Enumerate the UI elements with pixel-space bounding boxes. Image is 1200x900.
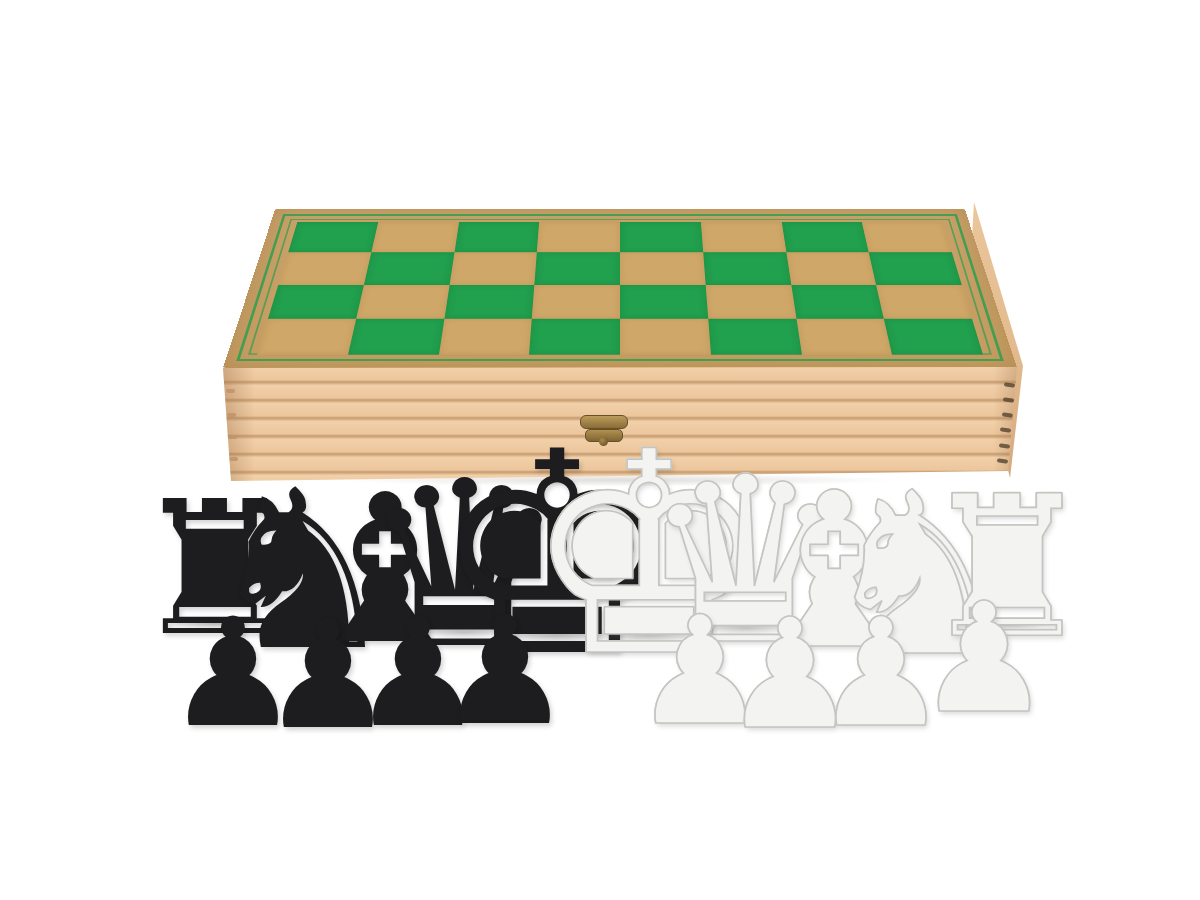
board-square bbox=[869, 252, 962, 284]
board-square bbox=[268, 285, 364, 319]
board-square bbox=[876, 285, 972, 319]
board-square bbox=[701, 222, 786, 252]
board-square bbox=[862, 222, 952, 252]
finger-joint-mark bbox=[227, 413, 236, 417]
board-square bbox=[449, 252, 537, 284]
finger-joint-mark bbox=[1004, 382, 1015, 387]
product-photo-scene: ♜ ♞ ♝ ♛ ♚ ♟ ♟ ♟ ♟ ♚ ♛ ♝ ♞ ♜ ♟ ♟ ♟ ♟ bbox=[0, 0, 1200, 900]
board-square bbox=[356, 285, 449, 319]
board-square bbox=[884, 319, 983, 355]
board-square bbox=[781, 222, 869, 252]
black-pawn[interactable]: ♟ bbox=[438, 596, 572, 746]
finger-joint-mark bbox=[228, 435, 237, 439]
box-lid-top bbox=[223, 209, 1017, 368]
board-square bbox=[439, 319, 532, 355]
board-square bbox=[705, 285, 796, 319]
board-square bbox=[703, 252, 791, 284]
finger-joint-mark bbox=[1002, 412, 1013, 417]
board-square bbox=[786, 252, 876, 284]
board-square bbox=[348, 319, 444, 355]
board-square bbox=[529, 319, 620, 355]
board-square bbox=[532, 285, 620, 319]
board-square bbox=[620, 285, 708, 319]
finger-joint-mark bbox=[1003, 397, 1014, 402]
finger-joint-mark bbox=[226, 389, 235, 393]
finger-joint-mark bbox=[1000, 427, 1011, 432]
board-square bbox=[620, 222, 703, 252]
white-pawn[interactable]: ♟ bbox=[916, 583, 1052, 735]
board-square bbox=[791, 285, 884, 319]
board-square bbox=[257, 319, 356, 355]
board-grid bbox=[257, 222, 983, 354]
board-square bbox=[364, 252, 454, 284]
board-square bbox=[708, 319, 801, 355]
board-square bbox=[796, 319, 892, 355]
board-square bbox=[288, 222, 378, 252]
board-square bbox=[444, 285, 535, 319]
board-square bbox=[620, 252, 705, 284]
board-square bbox=[535, 252, 620, 284]
board-square bbox=[537, 222, 620, 252]
board-square bbox=[454, 222, 539, 252]
board-square bbox=[620, 319, 711, 355]
board-square bbox=[278, 252, 371, 284]
board-square bbox=[371, 222, 459, 252]
